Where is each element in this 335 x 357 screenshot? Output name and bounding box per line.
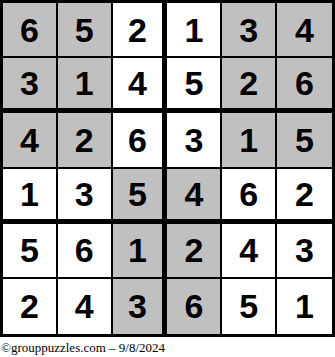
sudoku-cell-r5c4: 2 (167, 224, 222, 279)
sudoku-cell-r1c5: 3 (222, 3, 277, 58)
sudoku-cell-r6c3: 3 (113, 279, 168, 334)
sudoku-cell-r3c4: 3 (167, 113, 222, 168)
sudoku-cell-r5c2: 6 (58, 224, 113, 279)
sudoku-cell-r2c5: 2 (222, 58, 277, 113)
sudoku-cell-r1c3: 2 (113, 3, 168, 58)
sudoku-cell-r4c1: 1 (3, 169, 58, 224)
sudoku-cell-r6c5: 5 (222, 279, 277, 334)
sudoku-cell-r3c5: 1 (222, 113, 277, 168)
sudoku-board: 652134314526426315135462561243243651 (0, 0, 335, 337)
sudoku-cell-r5c1: 5 (3, 224, 58, 279)
sudoku-cell-r6c6: 1 (277, 279, 332, 334)
sudoku-cell-r4c6: 2 (277, 169, 332, 224)
sudoku-cell-r6c4: 6 (167, 279, 222, 334)
sudoku-cell-r3c2: 2 (58, 113, 113, 168)
sudoku-cell-r3c6: 5 (277, 113, 332, 168)
copyright-credit: ©grouppuzzles.com – 9/8/2024 (1, 340, 165, 356)
sudoku-cell-r2c3: 4 (113, 58, 168, 113)
sudoku-cell-r1c6: 4 (277, 3, 332, 58)
sudoku-cell-r1c2: 5 (58, 3, 113, 58)
sudoku-cell-r2c6: 6 (277, 58, 332, 113)
sudoku-cell-r2c4: 5 (167, 58, 222, 113)
sudoku-cell-r1c1: 6 (3, 3, 58, 58)
sudoku-cell-r3c3: 6 (113, 113, 168, 168)
sudoku-cell-r2c1: 3 (3, 58, 58, 113)
sudoku-cell-r4c3: 5 (113, 169, 168, 224)
sudoku-cell-r1c4: 1 (167, 3, 222, 58)
sudoku-cell-r6c1: 2 (3, 279, 58, 334)
sudoku-cell-r4c2: 3 (58, 169, 113, 224)
puzzle-page: 652134314526426315135462561243243651 ©gr… (0, 0, 335, 357)
sudoku-cell-r4c4: 4 (167, 169, 222, 224)
sudoku-cell-r2c2: 1 (58, 58, 113, 113)
sudoku-cell-r5c3: 1 (113, 224, 168, 279)
sudoku-cell-r5c6: 3 (277, 224, 332, 279)
sudoku-cell-r4c5: 6 (222, 169, 277, 224)
sudoku-cell-r5c5: 4 (222, 224, 277, 279)
sudoku-cell-r6c2: 4 (58, 279, 113, 334)
sudoku-cell-r3c1: 4 (3, 113, 58, 168)
